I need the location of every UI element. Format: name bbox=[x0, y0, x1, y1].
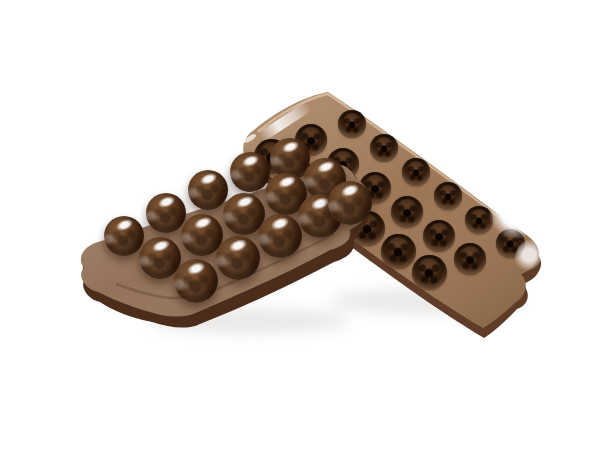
front-mold-lighting bbox=[81, 165, 369, 317]
product-photo-chocolate-molds bbox=[0, 0, 610, 450]
front-mold bbox=[0, 0, 610, 450]
